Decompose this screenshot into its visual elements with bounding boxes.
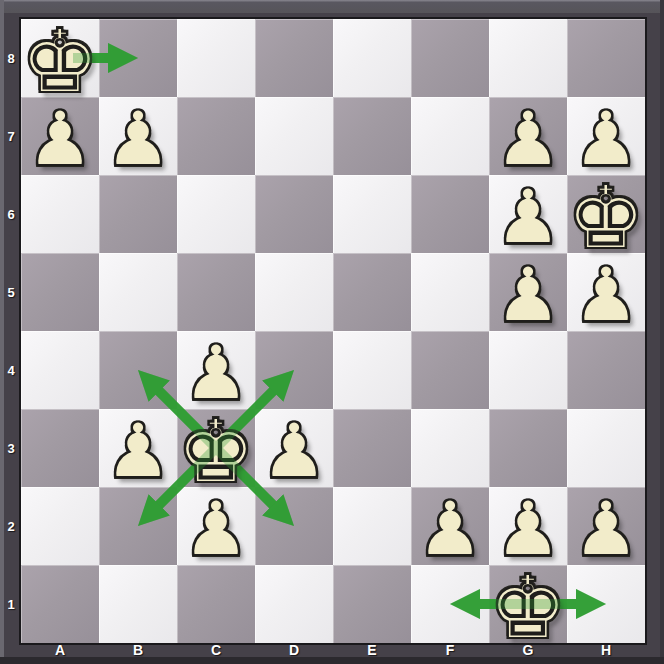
rank-label-7: 7	[3, 97, 19, 175]
king-icon: ♚	[177, 408, 256, 496]
white-pawn-h5[interactable]: ♟	[567, 253, 645, 331]
white-pawn-h7[interactable]: ♟	[567, 97, 645, 175]
king-icon: ♚	[21, 18, 100, 106]
white-pawn-a7[interactable]: ♟	[21, 97, 99, 175]
white-king-c3[interactable]: ♚	[177, 409, 255, 487]
white-pawn-c2[interactable]: ♟	[177, 487, 255, 565]
file-label-c: C	[177, 643, 255, 657]
rank-label-1: 1	[3, 565, 19, 643]
pawn-icon: ♟	[572, 257, 640, 333]
white-pawn-g6[interactable]: ♟	[489, 175, 567, 253]
king-icon: ♚	[489, 564, 568, 652]
pawn-icon: ♟	[104, 413, 172, 489]
file-label-d: D	[255, 643, 333, 657]
pawn-icon: ♟	[104, 101, 172, 177]
white-pawn-c4[interactable]: ♟	[177, 331, 255, 409]
rank-label-2: 2	[3, 487, 19, 565]
file-label-a: A	[21, 643, 99, 657]
pawn-icon: ♟	[26, 101, 94, 177]
pawn-icon: ♟	[572, 101, 640, 177]
white-pawn-d3[interactable]: ♟	[255, 409, 333, 487]
pawn-icon: ♟	[182, 335, 250, 411]
file-label-e: E	[333, 643, 411, 657]
white-pawn-g5[interactable]: ♟	[489, 253, 567, 331]
frame-top-highlight	[0, 0, 664, 13]
pawn-icon: ♟	[182, 491, 250, 567]
rank-label-3: 3	[3, 409, 19, 487]
file-label-b: B	[99, 643, 177, 657]
pawn-icon: ♟	[494, 101, 562, 177]
white-pawn-g2[interactable]: ♟	[489, 487, 567, 565]
white-pawn-b7[interactable]: ♟	[99, 97, 177, 175]
file-label-f: F	[411, 643, 489, 657]
rank-label-6: 6	[3, 175, 19, 253]
pawn-icon: ♟	[494, 491, 562, 567]
pawn-icon: ♟	[416, 491, 484, 567]
white-king-a8[interactable]: ♚	[21, 19, 99, 97]
rank-label-5: 5	[3, 253, 19, 331]
rank-label-8: 8	[3, 19, 19, 97]
white-pawn-f2[interactable]: ♟	[411, 487, 489, 565]
frame-right-shadow	[660, 0, 664, 664]
white-king-h6[interactable]: ♚	[567, 175, 645, 253]
chess-diagram: 87654321 ABCDEFGH ♚♟♟♟♟♟♚♟♟♟♟♚♟♟♟♟♟♚	[0, 0, 664, 664]
white-pawn-h2[interactable]: ♟	[567, 487, 645, 565]
frame-bottom-shadow	[0, 657, 664, 664]
rank-labels: 87654321	[3, 19, 19, 643]
pawn-icon: ♟	[494, 179, 562, 255]
white-king-g1[interactable]: ♚	[489, 565, 567, 643]
white-pawn-g7[interactable]: ♟	[489, 97, 567, 175]
rank-label-4: 4	[3, 331, 19, 409]
pawn-icon: ♟	[494, 257, 562, 333]
file-label-h: H	[567, 643, 645, 657]
board-pieces: ♚♟♟♟♟♟♚♟♟♟♟♚♟♟♟♟♟♚	[21, 19, 645, 643]
king-icon: ♚	[567, 174, 646, 262]
pawn-icon: ♟	[572, 491, 640, 567]
pawn-icon: ♟	[260, 413, 328, 489]
white-pawn-b3[interactable]: ♟	[99, 409, 177, 487]
chess-board: ♚♟♟♟♟♟♚♟♟♟♟♚♟♟♟♟♟♚	[19, 17, 647, 645]
